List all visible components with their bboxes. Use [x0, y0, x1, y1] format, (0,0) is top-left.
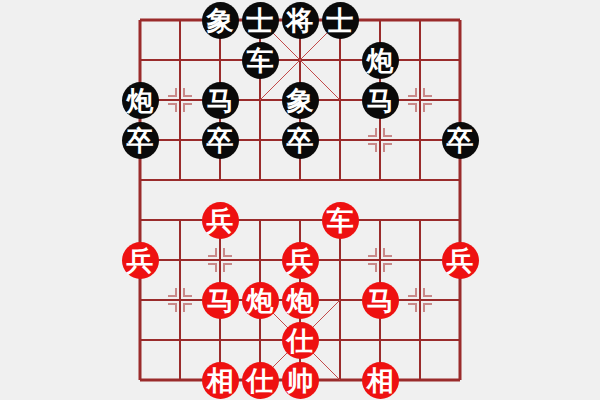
piece-layer: 象士将士车炮炮马象马卒卒卒卒兵车兵兵兵马炮炮马仕相仕帅相 — [0, 0, 600, 400]
black-horse[interactable]: 马 — [362, 82, 399, 119]
red-cannon[interactable]: 炮 — [242, 282, 279, 319]
black-advisor[interactable]: 士 — [242, 2, 279, 39]
black-chariot[interactable]: 车 — [242, 42, 279, 79]
red-pawn[interactable]: 兵 — [122, 242, 159, 279]
red-pawn[interactable]: 兵 — [202, 202, 239, 239]
black-elephant[interactable]: 象 — [202, 2, 239, 39]
red-pawn[interactable]: 兵 — [282, 242, 319, 279]
black-king[interactable]: 将 — [282, 2, 319, 39]
black-elephant[interactable]: 象 — [282, 82, 319, 119]
black-pawn[interactable]: 卒 — [202, 122, 239, 159]
black-pawn[interactable]: 卒 — [282, 122, 319, 159]
black-cannon[interactable]: 炮 — [122, 82, 159, 119]
red-elephant[interactable]: 相 — [202, 362, 239, 399]
black-cannon[interactable]: 炮 — [362, 42, 399, 79]
black-horse[interactable]: 马 — [202, 82, 239, 119]
red-chariot[interactable]: 车 — [322, 202, 359, 239]
red-horse[interactable]: 马 — [362, 282, 399, 319]
red-cannon[interactable]: 炮 — [282, 282, 319, 319]
red-king[interactable]: 帅 — [282, 362, 319, 399]
red-advisor[interactable]: 仕 — [282, 322, 319, 359]
red-pawn[interactable]: 兵 — [442, 242, 479, 279]
black-pawn[interactable]: 卒 — [442, 122, 479, 159]
red-elephant[interactable]: 相 — [362, 362, 399, 399]
red-horse[interactable]: 马 — [202, 282, 239, 319]
red-advisor[interactable]: 仕 — [242, 362, 279, 399]
xiangqi-board: 象士将士车炮炮马象马卒卒卒卒兵车兵兵兵马炮炮马仕相仕帅相 — [0, 0, 600, 400]
black-pawn[interactable]: 卒 — [122, 122, 159, 159]
black-advisor[interactable]: 士 — [322, 2, 359, 39]
